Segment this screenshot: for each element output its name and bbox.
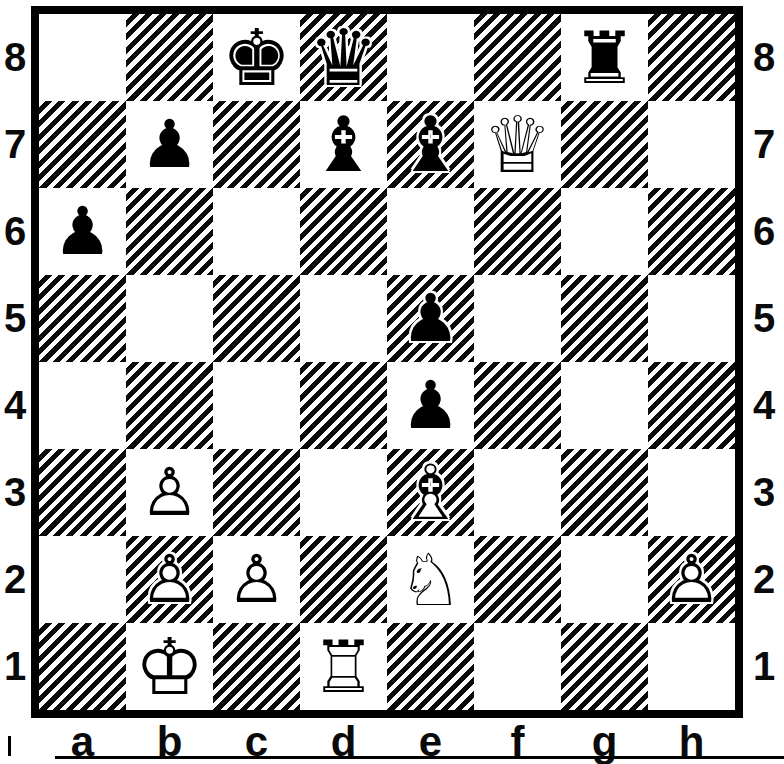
square-c2: ♟♙ [213, 536, 300, 623]
square-h5 [648, 275, 735, 362]
piece-fill: ♟ [126, 536, 213, 623]
piece-fill: ♟ [213, 536, 300, 623]
piece-wP-h2: ♙ [648, 536, 735, 623]
square-d1: ♜♖ [300, 623, 387, 710]
piece-wK-b1: ♔ [126, 623, 213, 710]
piece-bP-e4: ♟ [387, 362, 474, 449]
square-a5 [39, 275, 126, 362]
piece-fill: ♝ [300, 101, 387, 188]
square-g5 [561, 275, 648, 362]
square-c1 [213, 623, 300, 710]
piece-bB-d7: ♝ [300, 101, 387, 188]
file-labels: abcdefgh [39, 718, 735, 756]
square-a6: ♟♟ [39, 188, 126, 275]
square-g7 [561, 101, 648, 188]
square-d3 [300, 449, 387, 536]
rank-label-5: 5 [0, 275, 30, 362]
rank-label-3: 3 [744, 449, 784, 536]
square-f4 [474, 362, 561, 449]
square-b7: ♟♟ [126, 101, 213, 188]
piece-fill: ♛ [300, 14, 387, 101]
rank-labels-right: 87654321 [744, 14, 784, 710]
square-h6 [648, 188, 735, 275]
square-b4 [126, 362, 213, 449]
piece-wB-e3: ♗ [387, 449, 474, 536]
square-f1 [474, 623, 561, 710]
piece-wP-b2: ♙ [126, 536, 213, 623]
square-a7 [39, 101, 126, 188]
piece-wR-d1: ♖ [300, 623, 387, 710]
piece-wN-e2: ♘ [387, 536, 474, 623]
square-e6 [387, 188, 474, 275]
square-e3: ♝♗ [387, 449, 474, 536]
piece-fill: ♜ [300, 623, 387, 710]
square-f7: ♛♕ [474, 101, 561, 188]
piece-bP-e5: ♟ [387, 275, 474, 362]
piece-bP-b7: ♟ [126, 101, 213, 188]
piece-fill: ♚ [126, 623, 213, 710]
square-d5 [300, 275, 387, 362]
square-h3 [648, 449, 735, 536]
piece-fill: ♜ [561, 14, 648, 101]
scan-tick-artifact [8, 736, 11, 756]
square-a3 [39, 449, 126, 536]
square-c3 [213, 449, 300, 536]
piece-wP-b3: ♙ [126, 449, 213, 536]
square-c6 [213, 188, 300, 275]
square-h7 [648, 101, 735, 188]
square-c8: ♚♚ [213, 14, 300, 101]
square-e7: ♝♝ [387, 101, 474, 188]
piece-fill: ♟ [648, 536, 735, 623]
rank-label-8: 8 [0, 14, 30, 101]
rank-label-3: 3 [0, 449, 30, 536]
piece-fill: ♟ [39, 188, 126, 275]
square-g6 [561, 188, 648, 275]
square-b8 [126, 14, 213, 101]
square-d8: ♛♛ [300, 14, 387, 101]
piece-fill: ♟ [387, 362, 474, 449]
rank-label-2: 2 [0, 536, 30, 623]
square-g1 [561, 623, 648, 710]
square-e8 [387, 14, 474, 101]
square-b1: ♚♔ [126, 623, 213, 710]
piece-fill: ♟ [126, 101, 213, 188]
square-a4 [39, 362, 126, 449]
rank-label-4: 4 [744, 362, 784, 449]
square-d4 [300, 362, 387, 449]
square-b6 [126, 188, 213, 275]
square-f6 [474, 188, 561, 275]
square-g4 [561, 362, 648, 449]
rank-label-1: 1 [744, 623, 784, 710]
board-grid: ♚♚♛♛♜♜♟♟♝♝♝♝♛♕♟♟♟♟♟♟♟♙♝♗♟♙♟♙♞♘♟♙♚♔♜♖ [39, 14, 735, 710]
piece-fill: ♝ [387, 101, 474, 188]
square-f5 [474, 275, 561, 362]
piece-wQ-f7: ♕ [474, 101, 561, 188]
square-c4 [213, 362, 300, 449]
rank-label-2: 2 [744, 536, 784, 623]
square-c7 [213, 101, 300, 188]
piece-fill: ♟ [126, 449, 213, 536]
piece-bQ-d8: ♛ [300, 14, 387, 101]
piece-fill: ♟ [387, 275, 474, 362]
piece-fill: ♞ [387, 536, 474, 623]
square-d6 [300, 188, 387, 275]
square-h8 [648, 14, 735, 101]
rank-label-8: 8 [744, 14, 784, 101]
square-f2 [474, 536, 561, 623]
square-a2 [39, 536, 126, 623]
rank-label-6: 6 [744, 188, 784, 275]
square-e1 [387, 623, 474, 710]
piece-wP-c2: ♙ [213, 536, 300, 623]
piece-fill: ♚ [213, 14, 300, 101]
chess-diagram-page: 87654321 ♚♚♛♛♜♜♟♟♝♝♝♝♛♕♟♟♟♟♟♟♟♙♝♗♟♙♟♙♞♘♟… [0, 0, 784, 764]
page-rule-artifact [55, 756, 784, 759]
rank-labels-left: 87654321 [0, 14, 30, 710]
square-d2 [300, 536, 387, 623]
square-g3 [561, 449, 648, 536]
rank-label-7: 7 [0, 101, 30, 188]
square-h4 [648, 362, 735, 449]
square-e5: ♟♟ [387, 275, 474, 362]
square-h1 [648, 623, 735, 710]
square-a8 [39, 14, 126, 101]
square-d7: ♝♝ [300, 101, 387, 188]
piece-fill: ♝ [387, 449, 474, 536]
piece-bB-e7: ♝ [387, 101, 474, 188]
rank-label-6: 6 [0, 188, 30, 275]
rank-label-7: 7 [744, 101, 784, 188]
piece-fill: ♛ [474, 101, 561, 188]
square-e4: ♟♟ [387, 362, 474, 449]
rank-label-1: 1 [0, 623, 30, 710]
piece-bP-a6: ♟ [39, 188, 126, 275]
square-f8 [474, 14, 561, 101]
piece-bK-c8: ♚ [213, 14, 300, 101]
rank-label-5: 5 [744, 275, 784, 362]
piece-bR-g8: ♜ [561, 14, 648, 101]
square-a1 [39, 623, 126, 710]
square-b2: ♟♙ [126, 536, 213, 623]
square-b3: ♟♙ [126, 449, 213, 536]
square-b5 [126, 275, 213, 362]
square-g2 [561, 536, 648, 623]
chess-board: ♚♚♛♛♜♜♟♟♝♝♝♝♛♕♟♟♟♟♟♟♟♙♝♗♟♙♟♙♞♘♟♙♚♔♜♖ [31, 6, 743, 718]
square-f3 [474, 449, 561, 536]
square-c5 [213, 275, 300, 362]
rank-label-4: 4 [0, 362, 30, 449]
square-h2: ♟♙ [648, 536, 735, 623]
square-e2: ♞♘ [387, 536, 474, 623]
square-g8: ♜♜ [561, 14, 648, 101]
